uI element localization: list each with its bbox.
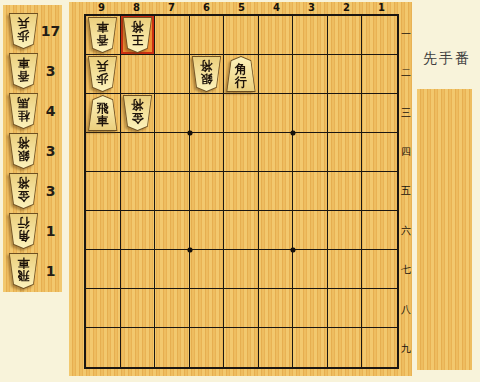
square-6f[interactable] <box>190 211 225 250</box>
piece-kanji: 金 将 <box>122 95 153 131</box>
star-point <box>291 131 296 136</box>
square-6h[interactable] <box>190 289 225 328</box>
hand-row-silver: 銀 将3 <box>3 131 62 171</box>
square-6c[interactable] <box>190 94 225 133</box>
square-8c[interactable]: 金 将 <box>121 94 156 133</box>
square-8h[interactable] <box>121 289 156 328</box>
square-9f[interactable] <box>86 211 121 250</box>
piece-kanji: 王 将 <box>122 17 153 53</box>
piece-king-gote[interactable]: 王 将 <box>122 17 153 53</box>
hand-count-bishop: 1 <box>39 223 62 239</box>
file-label-7: 7 <box>154 2 189 14</box>
piece-rook-sente[interactable]: 飛 車 <box>87 95 118 131</box>
file-label-2: 2 <box>329 2 364 14</box>
square-8i[interactable] <box>121 328 156 367</box>
square-4h[interactable] <box>259 289 294 328</box>
square-3f[interactable] <box>293 211 328 250</box>
square-6d[interactable] <box>190 133 225 172</box>
square-4f[interactable] <box>259 211 294 250</box>
square-8f[interactable] <box>121 211 156 250</box>
file-label-1: 1 <box>364 2 399 14</box>
square-9h[interactable] <box>86 289 121 328</box>
square-8a[interactable]: 王 将 <box>121 16 156 55</box>
square-7b[interactable] <box>155 55 190 94</box>
square-2b[interactable] <box>328 55 363 94</box>
square-4g[interactable] <box>259 250 294 289</box>
hand-row-bishop: 角 行1 <box>3 211 62 251</box>
square-2i[interactable] <box>328 328 363 367</box>
piece-bishop-gote[interactable]: 角 行 <box>8 213 39 249</box>
hand-row-pawn: 歩 兵17 <box>3 11 62 51</box>
piece-silver-gote[interactable]: 銀 将 <box>8 133 39 169</box>
piece-kanji: 香 車 <box>87 17 118 53</box>
rank-label-8: 八 <box>400 290 412 329</box>
square-7h[interactable] <box>155 289 190 328</box>
star-point <box>187 248 192 253</box>
square-3e[interactable] <box>293 172 328 211</box>
piece-pawn-gote[interactable]: 歩 兵 <box>8 13 39 49</box>
piece-kanji: 金 将 <box>8 173 39 209</box>
star-point <box>291 248 296 253</box>
gote-hand-tray: 歩 兵17香 車3桂 馬4銀 将3金 将3角 行1飛 車1 <box>3 5 62 292</box>
file-label-8: 8 <box>119 2 154 14</box>
board-grid: 香 車王 将歩 兵銀 将角 行飛 車金 将 <box>84 14 399 369</box>
square-5g[interactable] <box>224 250 259 289</box>
square-3b[interactable] <box>293 55 328 94</box>
rank-label-1: 一 <box>400 14 412 53</box>
hand-count-knight: 4 <box>39 103 62 119</box>
square-8d[interactable] <box>121 133 156 172</box>
piece-kanji: 桂 馬 <box>8 93 39 129</box>
square-2e[interactable] <box>328 172 363 211</box>
square-4e[interactable] <box>259 172 294 211</box>
square-3i[interactable] <box>293 328 328 367</box>
piece-kanji: 銀 将 <box>8 133 39 169</box>
square-2a[interactable] <box>328 16 363 55</box>
square-5h[interactable] <box>224 289 259 328</box>
square-5i[interactable] <box>224 328 259 367</box>
square-6g[interactable] <box>190 250 225 289</box>
square-3c[interactable] <box>293 94 328 133</box>
piece-silver-gote[interactable]: 銀 将 <box>191 56 222 92</box>
piece-kanji: 角 行 <box>8 213 39 249</box>
square-1h[interactable] <box>362 289 397 328</box>
piece-lance-gote[interactable]: 香 車 <box>8 53 39 89</box>
rank-label-7: 七 <box>400 251 412 290</box>
piece-kanji: 飛 車 <box>87 95 118 131</box>
file-label-3: 3 <box>294 2 329 14</box>
square-5c[interactable] <box>224 94 259 133</box>
file-labels: 987654321 <box>84 2 399 14</box>
square-9d[interactable] <box>86 133 121 172</box>
piece-gold-gote[interactable]: 金 将 <box>8 173 39 209</box>
piece-knight-gote[interactable]: 桂 馬 <box>8 93 39 129</box>
rank-labels: 一二三四五六七八九 <box>400 14 412 369</box>
square-4i[interactable] <box>259 328 294 367</box>
square-6i[interactable] <box>190 328 225 367</box>
square-6e[interactable] <box>190 172 225 211</box>
file-label-4: 4 <box>259 2 294 14</box>
square-2d[interactable] <box>328 133 363 172</box>
square-1i[interactable] <box>362 328 397 367</box>
file-label-6: 6 <box>189 2 224 14</box>
turn-indicator: 先手番 <box>423 50 471 68</box>
hand-count-lance: 3 <box>39 63 62 79</box>
hand-count-gold: 3 <box>39 183 62 199</box>
square-7d[interactable] <box>155 133 190 172</box>
hand-row-gold: 金 将3 <box>3 171 62 211</box>
square-6a[interactable] <box>190 16 225 55</box>
square-8e[interactable] <box>121 172 156 211</box>
square-7i[interactable] <box>155 328 190 367</box>
square-7e[interactable] <box>155 172 190 211</box>
rank-label-4: 四 <box>400 132 412 171</box>
square-5d[interactable] <box>224 133 259 172</box>
square-5b[interactable]: 角 行 <box>224 55 259 94</box>
rank-label-2: 二 <box>400 53 412 92</box>
square-5f[interactable] <box>224 211 259 250</box>
square-7c[interactable] <box>155 94 190 133</box>
rank-label-3: 三 <box>400 93 412 132</box>
piece-bishop-sente[interactable]: 角 行 <box>225 56 256 92</box>
hand-count-silver: 3 <box>39 143 62 159</box>
square-3g[interactable] <box>293 250 328 289</box>
rank-label-9: 九 <box>400 330 412 369</box>
square-9c[interactable]: 飛 車 <box>86 94 121 133</box>
hand-count-rook: 1 <box>39 263 62 279</box>
square-3d[interactable] <box>293 133 328 172</box>
hand-row-lance: 香 車3 <box>3 51 62 91</box>
square-9b[interactable]: 歩 兵 <box>86 55 121 94</box>
rank-label-5: 五 <box>400 172 412 211</box>
square-7a[interactable] <box>155 16 190 55</box>
hand-row-knight: 桂 馬4 <box>3 91 62 131</box>
piece-kanji: 歩 兵 <box>87 56 118 92</box>
square-9e[interactable] <box>86 172 121 211</box>
file-label-9: 9 <box>84 2 119 14</box>
square-7f[interactable] <box>155 211 190 250</box>
square-3h[interactable] <box>293 289 328 328</box>
square-5e[interactable] <box>224 172 259 211</box>
square-2c[interactable] <box>328 94 363 133</box>
piece-gold-gote[interactable]: 金 将 <box>122 95 153 131</box>
square-2h[interactable] <box>328 289 363 328</box>
shogi-board: 987654321 香 車王 将歩 兵銀 将角 行飛 車金 将 一二三四五六七八… <box>69 2 412 376</box>
square-9i[interactable] <box>86 328 121 367</box>
square-2g[interactable] <box>328 250 363 289</box>
square-8b[interactable] <box>121 55 156 94</box>
sente-hand-tray <box>417 89 472 370</box>
piece-kanji: 銀 将 <box>191 56 222 92</box>
hand-row-rook: 飛 車1 <box>3 251 62 291</box>
square-1d[interactable] <box>362 133 397 172</box>
square-4d[interactable] <box>259 133 294 172</box>
square-1f[interactable] <box>362 211 397 250</box>
square-8g[interactable] <box>121 250 156 289</box>
rank-label-6: 六 <box>400 211 412 250</box>
piece-lance-gote[interactable]: 香 車 <box>87 17 118 53</box>
piece-kanji: 飛 車 <box>8 253 39 289</box>
square-7g[interactable] <box>155 250 190 289</box>
square-1g[interactable] <box>362 250 397 289</box>
square-9g[interactable] <box>86 250 121 289</box>
piece-kanji: 香 車 <box>8 53 39 89</box>
square-1a[interactable] <box>362 16 397 55</box>
square-6b[interactable]: 銀 将 <box>190 55 225 94</box>
square-5a[interactable] <box>224 16 259 55</box>
piece-kanji: 角 行 <box>225 56 256 92</box>
piece-pawn-gote[interactable]: 歩 兵 <box>87 56 118 92</box>
square-4a[interactable] <box>259 16 294 55</box>
square-9a[interactable]: 香 車 <box>86 16 121 55</box>
square-4b[interactable] <box>259 55 294 94</box>
piece-rook-gote[interactable]: 飛 車 <box>8 253 39 289</box>
square-3a[interactable] <box>293 16 328 55</box>
hand-count-pawn: 17 <box>39 23 62 39</box>
square-1b[interactable] <box>362 55 397 94</box>
square-2f[interactable] <box>328 211 363 250</box>
piece-kanji: 歩 兵 <box>8 13 39 49</box>
square-1c[interactable] <box>362 94 397 133</box>
square-4c[interactable] <box>259 94 294 133</box>
square-1e[interactable] <box>362 172 397 211</box>
file-label-5: 5 <box>224 2 259 14</box>
star-point <box>187 131 192 136</box>
